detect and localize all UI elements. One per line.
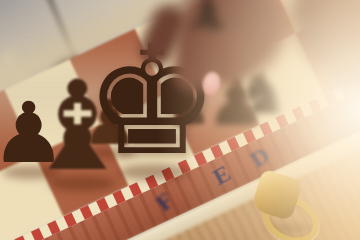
chess-photo-scene: ♙ ♙ ♙ F E D ♞ ♟ ♟ ♝ ♟ ♟ ♚ ♟ [0, 0, 360, 240]
pawn-left-piece[interactable]: ♟ [0, 91, 66, 175]
